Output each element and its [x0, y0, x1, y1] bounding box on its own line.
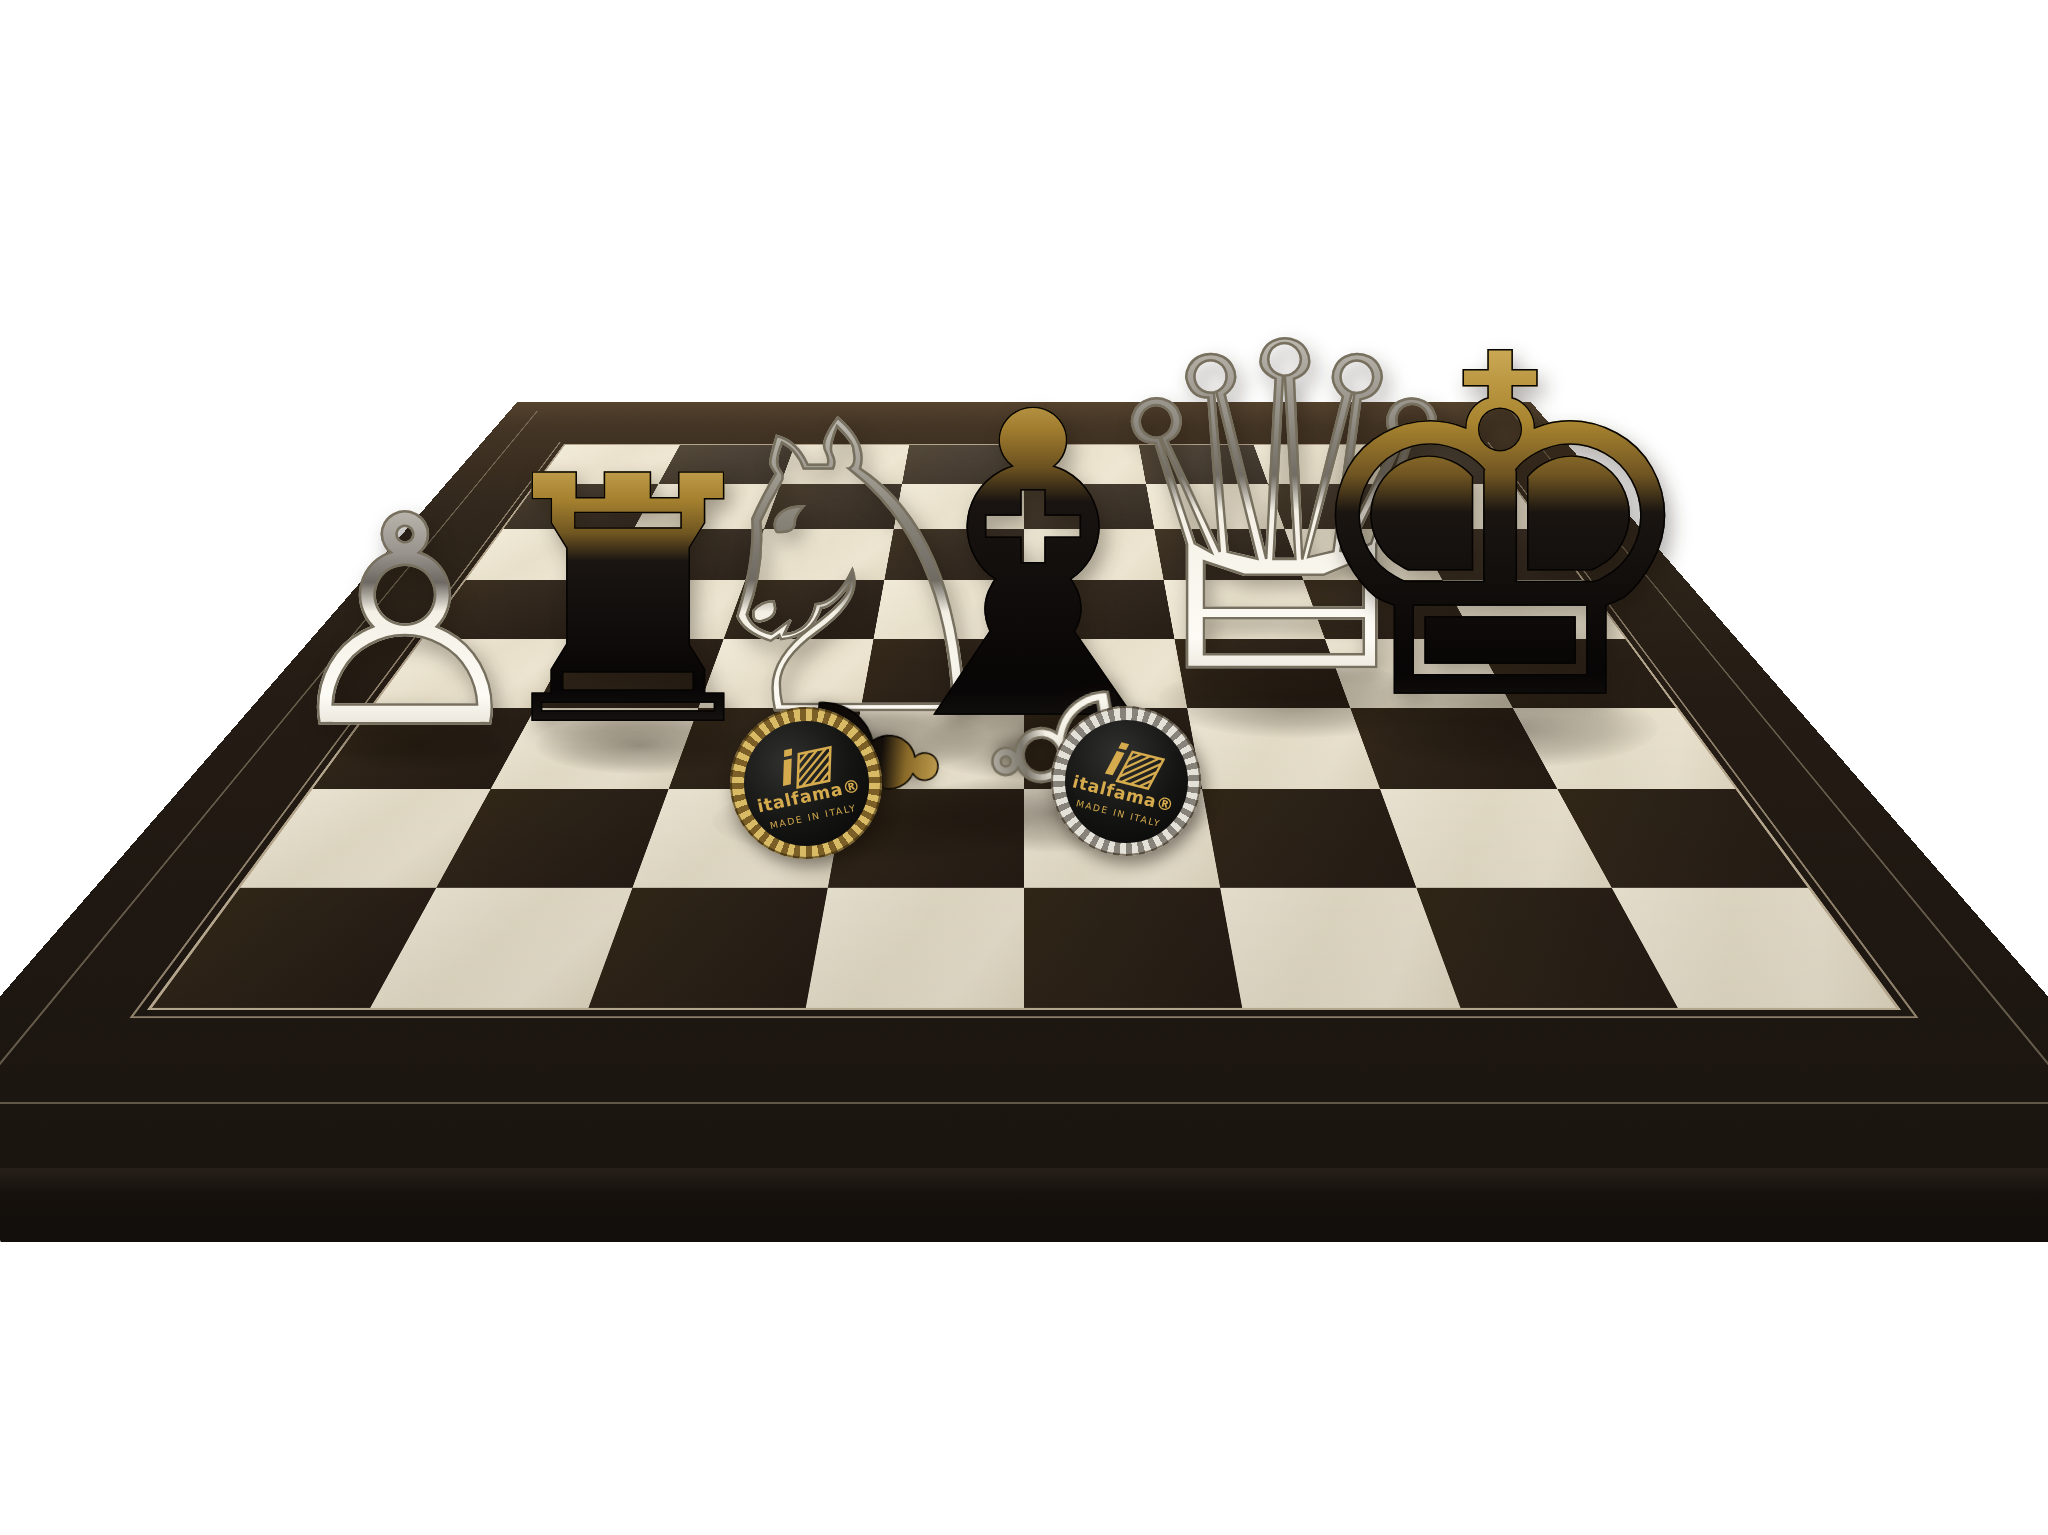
- piece-shadow: [739, 706, 987, 774]
- italfama-base-sticker: i▨italfama®MADE IN ITALY: [732, 709, 880, 857]
- piece-shadow: [915, 709, 1175, 780]
- black-king-glyph: ♚: [1289, 296, 1710, 766]
- black-rook[interactable]: ♜: [0, 0, 2048, 1535]
- white-pawn-fallen-base-disc: i▨italfama®MADE IN ITALY: [1051, 706, 1201, 856]
- white-knight-glyph: ♘: [672, 372, 1031, 772]
- italfama-logo-mark-icon: i▨: [771, 738, 833, 792]
- white-pawn-fallen-glyph: ♙: [960, 661, 1156, 843]
- white-queen[interactable]: ♕: [0, 0, 2048, 1535]
- made-in-italy-text: MADE IN ITALY: [769, 802, 858, 831]
- pieces-layer: ♙♜♘♝♕♚♟i▨italfama®MADE IN ITALY♙i▨italfa…: [0, 0, 2048, 1535]
- piece-shadow: [327, 720, 507, 769]
- made-in-italy-text: MADE IN ITALY: [1074, 798, 1161, 829]
- black-pawn-fallen[interactable]: ♟i▨italfama®MADE IN ITALY: [0, 0, 2048, 1535]
- white-pawn[interactable]: ♙: [0, 0, 2048, 1535]
- black-pawn-fallen-base-disc: i▨italfama®MADE IN ITALY: [730, 707, 882, 859]
- piece-shadow: [1157, 662, 1436, 739]
- black-pawn-fallen-glyph: ♟: [777, 673, 967, 847]
- italfama-base-sticker: i▨italfama®MADE IN ITALY: [1051, 706, 1200, 855]
- black-king[interactable]: ♚: [0, 0, 2048, 1535]
- black-bishop-glyph: ♝: [845, 359, 1222, 779]
- piece-shadow: [712, 782, 1032, 860]
- white-knight[interactable]: ♘: [0, 0, 2048, 1535]
- black-rook-glyph: ♜: [476, 432, 781, 772]
- photo-scene: ♙♜♘♝♕♚♟i▨italfama®MADE IN ITALY♙i▨italfa…: [0, 0, 2048, 1535]
- piece-shadow: [1366, 688, 1657, 768]
- italfama-logo-text: italfama®: [755, 776, 862, 817]
- white-pawn-glyph: ♙: [275, 478, 535, 768]
- piece-shadow: [898, 774, 1218, 852]
- white-pawn-fallen[interactable]: ♙i▨italfama®MADE IN ITALY: [0, 0, 2048, 1535]
- italfama-logo-text: italfama®: [1070, 772, 1175, 816]
- black-bishop[interactable]: ♝: [0, 0, 2048, 1535]
- white-queen-glyph: ♕: [1082, 286, 1485, 736]
- italfama-logo-mark-icon: i▨: [1099, 737, 1161, 791]
- piece-shadow: [535, 716, 746, 774]
